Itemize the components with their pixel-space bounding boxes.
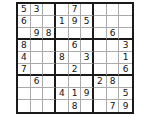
- cell-r7c5[interactable]: [69, 76, 82, 88]
- cell-r7c3[interactable]: [43, 76, 56, 88]
- cell-r3c2[interactable]: 9: [31, 28, 44, 40]
- cell-r2c1[interactable]: 6: [18, 16, 31, 28]
- cell-r4c2[interactable]: [31, 40, 44, 52]
- cell-r3c9[interactable]: [119, 28, 132, 40]
- sudoku-page: 537619598686348317266284195879: [0, 0, 150, 117]
- cell-r6c5[interactable]: 2: [69, 64, 82, 76]
- cell-r3c3[interactable]: 8: [43, 28, 56, 40]
- cell-r9c8[interactable]: 7: [107, 100, 120, 112]
- cell-r2c2[interactable]: [31, 16, 44, 28]
- cell-r9c1[interactable]: [18, 100, 31, 112]
- cell-r4c1[interactable]: 8: [18, 40, 31, 52]
- cell-r5c6[interactable]: 3: [81, 52, 94, 64]
- cell-r7c7[interactable]: 2: [94, 76, 107, 88]
- cell-r5c9[interactable]: 1: [119, 52, 132, 64]
- cell-r4c5[interactable]: 6: [69, 40, 82, 52]
- cell-r1c1[interactable]: 5: [18, 4, 31, 16]
- cell-r5c3[interactable]: [43, 52, 56, 64]
- cell-r7c1[interactable]: [18, 76, 31, 88]
- cell-r9c3[interactable]: [43, 100, 56, 112]
- cell-r1c2[interactable]: 3: [31, 4, 44, 16]
- cell-r6c2[interactable]: [31, 64, 44, 76]
- cell-r7c4[interactable]: [56, 76, 69, 88]
- cell-r1c4[interactable]: [56, 4, 69, 16]
- cell-r9c6[interactable]: [81, 100, 94, 112]
- cell-r9c9[interactable]: 9: [119, 100, 132, 112]
- cell-r7c9[interactable]: [119, 76, 132, 88]
- cell-r9c2[interactable]: [31, 100, 44, 112]
- cell-r1c7[interactable]: [94, 4, 107, 16]
- cell-r5c1[interactable]: 4: [18, 52, 31, 64]
- cell-r6c8[interactable]: [107, 64, 120, 76]
- cell-r5c2[interactable]: [31, 52, 44, 64]
- cell-r4c9[interactable]: 3: [119, 40, 132, 52]
- cell-r5c5[interactable]: [69, 52, 82, 64]
- cell-r6c6[interactable]: [81, 64, 94, 76]
- cell-r5c4[interactable]: 8: [56, 52, 69, 64]
- cell-r2c3[interactable]: [43, 16, 56, 28]
- sudoku-board: 537619598686348317266284195879: [16, 2, 134, 114]
- cell-r7c8[interactable]: 8: [107, 76, 120, 88]
- cell-r2c6[interactable]: 5: [81, 16, 94, 28]
- cell-r4c4[interactable]: [56, 40, 69, 52]
- cell-r9c5[interactable]: 8: [69, 100, 82, 112]
- cell-r8c7[interactable]: [94, 88, 107, 100]
- cell-r3c8[interactable]: 6: [107, 28, 120, 40]
- cell-r2c4[interactable]: 1: [56, 16, 69, 28]
- cell-r6c9[interactable]: 6: [119, 64, 132, 76]
- cell-r8c5[interactable]: 1: [69, 88, 82, 100]
- cell-r2c7[interactable]: [94, 16, 107, 28]
- cell-r2c5[interactable]: 9: [69, 16, 82, 28]
- cell-r7c2[interactable]: 6: [31, 76, 44, 88]
- cell-r3c4[interactable]: [56, 28, 69, 40]
- cell-r8c8[interactable]: [107, 88, 120, 100]
- cell-r3c7[interactable]: [94, 28, 107, 40]
- cell-r6c1[interactable]: 7: [18, 64, 31, 76]
- cell-r2c8[interactable]: [107, 16, 120, 28]
- cell-r1c6[interactable]: [81, 4, 94, 16]
- cell-r8c9[interactable]: 5: [119, 88, 132, 100]
- cell-r8c1[interactable]: [18, 88, 31, 100]
- cell-r4c3[interactable]: [43, 40, 56, 52]
- cell-r5c7[interactable]: [94, 52, 107, 64]
- cell-r2c9[interactable]: [119, 16, 132, 28]
- cell-r5c8[interactable]: [107, 52, 120, 64]
- cell-r8c3[interactable]: [43, 88, 56, 100]
- cell-r1c8[interactable]: [107, 4, 120, 16]
- cell-r4c6[interactable]: [81, 40, 94, 52]
- cell-r7c6[interactable]: [81, 76, 94, 88]
- cell-r1c9[interactable]: [119, 4, 132, 16]
- cell-r1c3[interactable]: [43, 4, 56, 16]
- cell-r9c7[interactable]: [94, 100, 107, 112]
- cell-r8c2[interactable]: [31, 88, 44, 100]
- cell-r3c6[interactable]: [81, 28, 94, 40]
- cell-r4c8[interactable]: [107, 40, 120, 52]
- cell-r6c7[interactable]: [94, 64, 107, 76]
- cell-r6c3[interactable]: [43, 64, 56, 76]
- cell-r6c4[interactable]: [56, 64, 69, 76]
- cell-r4c7[interactable]: [94, 40, 107, 52]
- cell-r8c6[interactable]: 9: [81, 88, 94, 100]
- cell-r9c4[interactable]: [56, 100, 69, 112]
- cell-r3c1[interactable]: [18, 28, 31, 40]
- cell-r1c5[interactable]: 7: [69, 4, 82, 16]
- cell-r8c4[interactable]: 4: [56, 88, 69, 100]
- cell-r3c5[interactable]: [69, 28, 82, 40]
